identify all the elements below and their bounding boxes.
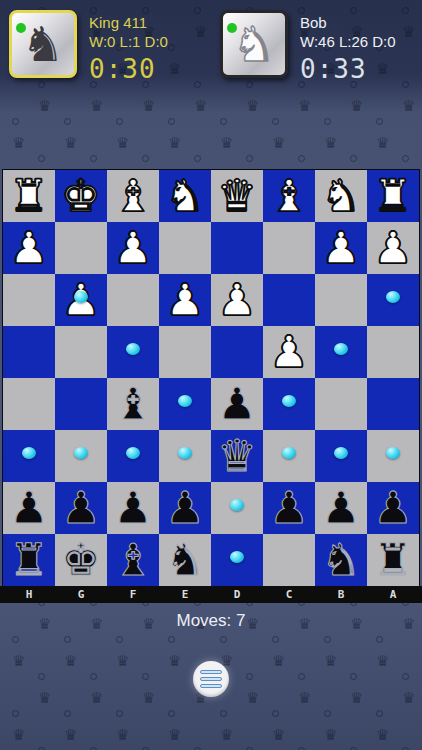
- piece-white-rook: ♜: [9, 170, 48, 222]
- player-right-clock: 0:33: [300, 54, 396, 84]
- square-g1[interactable]: ♚: [55, 170, 107, 222]
- square-f3[interactable]: [107, 274, 159, 326]
- player-card-left: ♞ King 411 W:0 L:1 D:0 0:30: [9, 10, 168, 84]
- player-left-avatar[interactable]: ♞: [9, 10, 77, 78]
- white-knight-icon: ♞: [232, 20, 275, 68]
- legal-move-dot: [282, 395, 296, 407]
- square-d8[interactable]: [211, 534, 263, 586]
- player-right-name: Bob: [300, 13, 396, 32]
- legal-move-dot: [386, 291, 400, 303]
- square-h8[interactable]: ♜: [3, 534, 55, 586]
- piece-white-bishop: ♝: [269, 170, 308, 222]
- square-f1[interactable]: ♝: [107, 170, 159, 222]
- square-c5[interactable]: [263, 378, 315, 430]
- piece-black-rook: ♜: [9, 534, 48, 586]
- piece-black-pawn: ♟: [113, 482, 152, 534]
- file-label-b: B: [315, 586, 367, 603]
- legal-move-dot: [334, 343, 348, 355]
- square-g6[interactable]: [55, 430, 107, 482]
- piece-white-knight: ♞: [321, 170, 360, 222]
- piece-black-rook: ♜: [373, 534, 412, 586]
- square-f7[interactable]: ♟: [107, 482, 159, 534]
- square-e1[interactable]: ♞: [159, 170, 211, 222]
- square-c3[interactable]: [263, 274, 315, 326]
- file-label-g: G: [55, 586, 107, 603]
- piece-black-pawn: ♟: [165, 482, 204, 534]
- square-a6[interactable]: [367, 430, 419, 482]
- file-label-c: C: [263, 586, 315, 603]
- piece-black-pawn: ♟: [321, 482, 360, 534]
- square-c7[interactable]: ♟: [263, 482, 315, 534]
- piece-white-king: ♚: [61, 170, 100, 222]
- legal-move-dot: [74, 291, 88, 303]
- square-h6[interactable]: [3, 430, 55, 482]
- player-right-record: W:46 L:26 D:0: [300, 32, 396, 51]
- square-f4[interactable]: [107, 326, 159, 378]
- square-b2[interactable]: ♟: [315, 222, 367, 274]
- player-left-clock: 0:30: [89, 54, 168, 84]
- square-b5[interactable]: [315, 378, 367, 430]
- piece-black-queen: ♛: [217, 430, 256, 482]
- square-c4[interactable]: ♟: [263, 326, 315, 378]
- legal-move-dot: [178, 447, 192, 459]
- square-c1[interactable]: ♝: [263, 170, 315, 222]
- square-b3[interactable]: [315, 274, 367, 326]
- square-a1[interactable]: ♜: [367, 170, 419, 222]
- menu-button[interactable]: [193, 661, 229, 697]
- legal-move-dot: [22, 447, 36, 459]
- piece-white-rook: ♜: [373, 170, 412, 222]
- file-label-d: D: [211, 586, 263, 603]
- legal-move-dot: [230, 499, 244, 511]
- file-labels: HGFEDCBA: [3, 586, 419, 603]
- piece-white-queen: ♛: [217, 170, 256, 222]
- black-knight-icon: ♞: [21, 20, 64, 68]
- online-status-dot: [227, 23, 237, 33]
- square-d5[interactable]: ♟: [211, 378, 263, 430]
- square-a8[interactable]: ♜: [367, 534, 419, 586]
- square-h4[interactable]: [3, 326, 55, 378]
- piece-white-bishop: ♝: [113, 170, 152, 222]
- square-e2[interactable]: [159, 222, 211, 274]
- square-e5[interactable]: [159, 378, 211, 430]
- piece-black-knight: ♞: [321, 534, 360, 586]
- file-label-h: H: [3, 586, 55, 603]
- online-status-dot: [16, 23, 26, 33]
- square-h1[interactable]: ♜: [3, 170, 55, 222]
- square-e7[interactable]: ♟: [159, 482, 211, 534]
- square-d4[interactable]: [211, 326, 263, 378]
- player-card-right: ♞ Bob W:46 L:26 D:0 0:33: [220, 10, 396, 84]
- piece-black-pawn: ♟: [373, 482, 412, 534]
- legal-move-dot: [334, 447, 348, 459]
- square-b8[interactable]: ♞: [315, 534, 367, 586]
- square-e4[interactable]: [159, 326, 211, 378]
- square-a3[interactable]: [367, 274, 419, 326]
- player-right-avatar[interactable]: ♞: [220, 10, 288, 78]
- file-label-e: E: [159, 586, 211, 603]
- square-g8[interactable]: ♚: [55, 534, 107, 586]
- legal-move-dot: [126, 343, 140, 355]
- square-a2[interactable]: ♟: [367, 222, 419, 274]
- square-d6[interactable]: ♛: [211, 430, 263, 482]
- square-d2[interactable]: [211, 222, 263, 274]
- square-b6[interactable]: [315, 430, 367, 482]
- piece-white-pawn: ♟: [217, 274, 256, 326]
- square-h5[interactable]: [3, 378, 55, 430]
- square-e6[interactable]: [159, 430, 211, 482]
- square-a4[interactable]: [367, 326, 419, 378]
- chess-board: ♜♚♝♞♛♝♞♜♟♟♟♟♟♟♟♟♝♟♛♟♟♟♟♟♟♟♜♚♝♞♞♜: [3, 170, 419, 586]
- piece-white-knight: ♞: [165, 170, 204, 222]
- square-h3[interactable]: [3, 274, 55, 326]
- square-a5[interactable]: [367, 378, 419, 430]
- square-c6[interactable]: [263, 430, 315, 482]
- piece-white-pawn: ♟: [165, 274, 204, 326]
- piece-white-pawn: ♟: [113, 222, 152, 274]
- square-b1[interactable]: ♞: [315, 170, 367, 222]
- square-e8[interactable]: ♞: [159, 534, 211, 586]
- legal-move-dot: [74, 447, 88, 459]
- moves-counter: Moves: 7: [0, 611, 422, 631]
- piece-white-pawn: ♟: [269, 326, 308, 378]
- piece-black-bishop: ♝: [113, 534, 152, 586]
- piece-black-pawn: ♟: [269, 482, 308, 534]
- square-d1[interactable]: ♛: [211, 170, 263, 222]
- piece-white-pawn: ♟: [373, 222, 412, 274]
- piece-black-pawn: ♟: [9, 482, 48, 534]
- piece-white-pawn: ♟: [9, 222, 48, 274]
- square-c8[interactable]: [263, 534, 315, 586]
- square-f8[interactable]: ♝: [107, 534, 159, 586]
- square-f5[interactable]: ♝: [107, 378, 159, 430]
- piece-black-knight: ♞: [165, 534, 204, 586]
- legal-move-dot: [126, 447, 140, 459]
- player-left-name: King 411: [89, 13, 168, 32]
- square-g3[interactable]: ♟: [55, 274, 107, 326]
- square-a7[interactable]: ♟: [367, 482, 419, 534]
- legal-move-dot: [386, 447, 400, 459]
- player-left-record: W:0 L:1 D:0: [89, 32, 168, 51]
- square-g2[interactable]: [55, 222, 107, 274]
- legal-move-dot: [230, 551, 244, 563]
- piece-black-king: ♚: [61, 534, 100, 586]
- file-label-f: F: [107, 586, 159, 603]
- square-g4[interactable]: [55, 326, 107, 378]
- square-b7[interactable]: ♟: [315, 482, 367, 534]
- piece-black-pawn: ♟: [217, 378, 256, 430]
- square-c2[interactable]: [263, 222, 315, 274]
- square-h7[interactable]: ♟: [3, 482, 55, 534]
- piece-black-bishop: ♝: [113, 378, 152, 430]
- square-g7[interactable]: ♟: [55, 482, 107, 534]
- square-b4[interactable]: [315, 326, 367, 378]
- file-label-a: A: [367, 586, 419, 603]
- square-f6[interactable]: [107, 430, 159, 482]
- square-h2[interactable]: ♟: [3, 222, 55, 274]
- piece-black-pawn: ♟: [61, 482, 100, 534]
- square-e3[interactable]: ♟: [159, 274, 211, 326]
- legal-move-dot: [282, 447, 296, 459]
- piece-white-pawn: ♟: [321, 222, 360, 274]
- square-g5[interactable]: [55, 378, 107, 430]
- square-f2[interactable]: ♟: [107, 222, 159, 274]
- square-d7[interactable]: [211, 482, 263, 534]
- square-d3[interactable]: ♟: [211, 274, 263, 326]
- legal-move-dot: [178, 395, 192, 407]
